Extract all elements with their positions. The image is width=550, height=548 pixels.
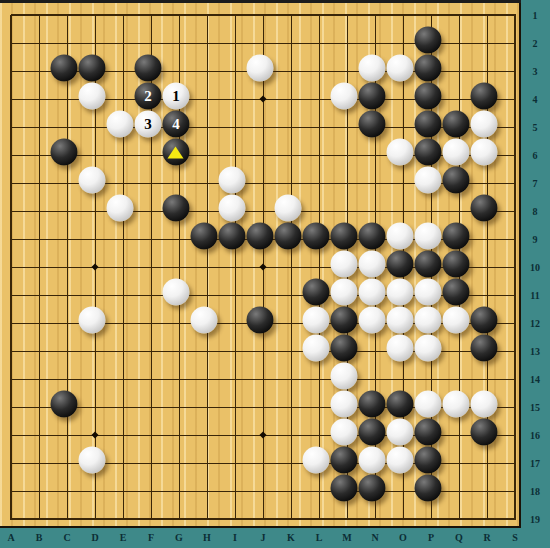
row-label-13: 13 xyxy=(530,346,540,357)
white-stone-Q15[interactable] xyxy=(443,391,470,418)
black-stone-P18[interactable] xyxy=(415,475,442,502)
white-stone-P15[interactable] xyxy=(415,391,442,418)
column-label-P: P xyxy=(428,532,434,543)
black-stone-P6[interactable] xyxy=(415,139,442,166)
black-stone-M13[interactable] xyxy=(331,335,358,362)
white-stone-I8[interactable] xyxy=(219,195,246,222)
white-stone-L17[interactable] xyxy=(303,447,330,474)
white-stone-D12[interactable] xyxy=(79,307,106,334)
white-stone-J3[interactable] xyxy=(247,55,274,82)
row-label-1: 1 xyxy=(533,10,538,21)
column-label-E: E xyxy=(120,532,127,543)
white-stone-O12[interactable] xyxy=(387,307,414,334)
white-stone-E5[interactable] xyxy=(107,111,134,138)
black-stone-F4[interactable]: 2 xyxy=(135,83,162,110)
black-stone-I9[interactable] xyxy=(219,223,246,250)
row-label-16: 16 xyxy=(530,430,540,441)
move-number-label: 2 xyxy=(135,83,162,110)
white-stone-O17[interactable] xyxy=(387,447,414,474)
black-stone-K9[interactable] xyxy=(275,223,302,250)
white-stone-D4[interactable] xyxy=(79,83,106,110)
black-stone-R12[interactable] xyxy=(471,307,498,334)
row-label-12: 12 xyxy=(530,318,540,329)
white-stone-O16[interactable] xyxy=(387,419,414,446)
black-stone-M9[interactable] xyxy=(331,223,358,250)
column-label-F: F xyxy=(148,532,154,543)
column-label-D: D xyxy=(91,532,98,543)
white-stone-P12[interactable] xyxy=(415,307,442,334)
triangle-marker xyxy=(168,147,184,159)
column-label-B: B xyxy=(36,532,43,543)
row-label-7: 7 xyxy=(533,178,538,189)
black-stone-C15[interactable] xyxy=(51,391,78,418)
black-stone-Q5[interactable] xyxy=(443,111,470,138)
black-stone-M18[interactable] xyxy=(331,475,358,502)
row-label-11: 11 xyxy=(530,290,539,301)
black-stone-R13[interactable] xyxy=(471,335,498,362)
hoshi-point-D10 xyxy=(91,263,98,270)
white-stone-P13[interactable] xyxy=(415,335,442,362)
hoshi-point-J16 xyxy=(259,431,266,438)
black-stone-L9[interactable] xyxy=(303,223,330,250)
white-stone-Q12[interactable] xyxy=(443,307,470,334)
black-stone-P16[interactable] xyxy=(415,419,442,446)
white-stone-M14[interactable] xyxy=(331,363,358,390)
black-stone-N4[interactable] xyxy=(359,83,386,110)
row-label-2: 2 xyxy=(533,38,538,49)
row-label-18: 18 xyxy=(530,486,540,497)
black-stone-N18[interactable] xyxy=(359,475,386,502)
black-stone-M17[interactable] xyxy=(331,447,358,474)
column-label-K: K xyxy=(287,532,295,543)
white-stone-M11[interactable] xyxy=(331,279,358,306)
row-label-6: 6 xyxy=(533,150,538,161)
white-stone-R5[interactable] xyxy=(471,111,498,138)
black-stone-G8[interactable] xyxy=(163,195,190,222)
column-label-I: I xyxy=(233,532,237,543)
row-label-19: 19 xyxy=(530,514,540,525)
move-number-label: 3 xyxy=(135,111,162,138)
grid-line-vertical-L xyxy=(319,15,320,520)
white-stone-M4[interactable] xyxy=(331,83,358,110)
go-board-screen: 2134 ABCDEFGHIJKLMNOPQRS1234567891011121… xyxy=(0,0,550,548)
black-stone-N9[interactable] xyxy=(359,223,386,250)
grid-line-horizontal-14 xyxy=(11,379,516,380)
white-stone-F5[interactable]: 3 xyxy=(135,111,162,138)
white-stone-P7[interactable] xyxy=(415,167,442,194)
white-stone-M10[interactable] xyxy=(331,251,358,278)
black-stone-D3[interactable] xyxy=(79,55,106,82)
column-label-G: G xyxy=(175,532,183,543)
white-stone-P11[interactable] xyxy=(415,279,442,306)
row-label-9: 9 xyxy=(533,234,538,245)
white-stone-E8[interactable] xyxy=(107,195,134,222)
row-label-3: 3 xyxy=(533,66,538,77)
black-stone-Q10[interactable] xyxy=(443,251,470,278)
row-label-4: 4 xyxy=(533,94,538,105)
black-stone-J9[interactable] xyxy=(247,223,274,250)
column-label-O: O xyxy=(399,532,407,543)
black-stone-P2[interactable] xyxy=(415,27,442,54)
white-stone-K8[interactable] xyxy=(275,195,302,222)
grid-line-horizontal-19 xyxy=(11,518,516,520)
black-stone-H9[interactable] xyxy=(191,223,218,250)
black-stone-N15[interactable] xyxy=(359,391,386,418)
column-label-R: R xyxy=(483,532,490,543)
white-stone-D17[interactable] xyxy=(79,447,106,474)
white-stone-L13[interactable] xyxy=(303,335,330,362)
white-stone-N11[interactable] xyxy=(359,279,386,306)
white-stone-N3[interactable] xyxy=(359,55,386,82)
grid-line-vertical-K xyxy=(291,15,292,520)
white-stone-I7[interactable] xyxy=(219,167,246,194)
white-stone-O9[interactable] xyxy=(387,223,414,250)
go-board[interactable]: 2134 xyxy=(0,0,521,528)
white-stone-Q6[interactable] xyxy=(443,139,470,166)
black-stone-O15[interactable] xyxy=(387,391,414,418)
row-label-5: 5 xyxy=(533,122,538,133)
column-label-N: N xyxy=(371,532,378,543)
black-stone-O10[interactable] xyxy=(387,251,414,278)
white-stone-N17[interactable] xyxy=(359,447,386,474)
white-stone-H12[interactable] xyxy=(191,307,218,334)
row-label-15: 15 xyxy=(530,402,540,413)
black-stone-P10[interactable] xyxy=(415,251,442,278)
black-stone-Q7[interactable] xyxy=(443,167,470,194)
black-stone-P3[interactable] xyxy=(415,55,442,82)
black-stone-Q11[interactable] xyxy=(443,279,470,306)
row-label-8: 8 xyxy=(533,206,538,217)
move-number-label: 4 xyxy=(163,111,190,138)
white-stone-N10[interactable] xyxy=(359,251,386,278)
white-stone-N12[interactable] xyxy=(359,307,386,334)
hoshi-point-J10 xyxy=(259,263,266,270)
black-stone-P17[interactable] xyxy=(415,447,442,474)
white-stone-M16[interactable] xyxy=(331,419,358,446)
black-stone-G6[interactable] xyxy=(163,139,190,166)
white-stone-G4[interactable]: 1 xyxy=(163,83,190,110)
black-stone-P4[interactable] xyxy=(415,83,442,110)
black-stone-N5[interactable] xyxy=(359,111,386,138)
black-stone-R16[interactable] xyxy=(471,419,498,446)
column-label-H: H xyxy=(203,532,211,543)
column-label-J: J xyxy=(261,532,266,543)
white-stone-M15[interactable] xyxy=(331,391,358,418)
white-stone-G11[interactable] xyxy=(163,279,190,306)
black-stone-R4[interactable] xyxy=(471,83,498,110)
black-stone-Q9[interactable] xyxy=(443,223,470,250)
white-stone-O13[interactable] xyxy=(387,335,414,362)
move-number-label: 1 xyxy=(163,83,190,110)
column-label-L: L xyxy=(316,532,323,543)
white-stone-R6[interactable] xyxy=(471,139,498,166)
column-label-S: S xyxy=(512,532,518,543)
row-label-10: 10 xyxy=(530,262,540,273)
white-stone-O3[interactable] xyxy=(387,55,414,82)
grid-line-vertical-S xyxy=(514,15,516,520)
white-stone-O11[interactable] xyxy=(387,279,414,306)
white-stone-O6[interactable] xyxy=(387,139,414,166)
white-stone-D7[interactable] xyxy=(79,167,106,194)
black-stone-G5[interactable]: 4 xyxy=(163,111,190,138)
white-stone-L12[interactable] xyxy=(303,307,330,334)
column-label-M: M xyxy=(342,532,351,543)
board-top-edge xyxy=(0,0,521,3)
black-stone-L11[interactable] xyxy=(303,279,330,306)
black-stone-J12[interactable] xyxy=(247,307,274,334)
column-label-A: A xyxy=(7,532,14,543)
black-stone-C6[interactable] xyxy=(51,139,78,166)
white-stone-R15[interactable] xyxy=(471,391,498,418)
column-label-Q: Q xyxy=(455,532,463,543)
black-stone-F3[interactable] xyxy=(135,55,162,82)
column-label-C: C xyxy=(63,532,70,543)
hoshi-point-D16 xyxy=(91,431,98,438)
white-stone-P9[interactable] xyxy=(415,223,442,250)
hoshi-point-J4 xyxy=(259,95,266,102)
black-stone-C3[interactable] xyxy=(51,55,78,82)
black-stone-R8[interactable] xyxy=(471,195,498,222)
black-stone-P5[interactable] xyxy=(415,111,442,138)
black-stone-M12[interactable] xyxy=(331,307,358,334)
black-stone-N16[interactable] xyxy=(359,419,386,446)
row-label-14: 14 xyxy=(530,374,540,385)
row-label-17: 17 xyxy=(530,458,540,469)
